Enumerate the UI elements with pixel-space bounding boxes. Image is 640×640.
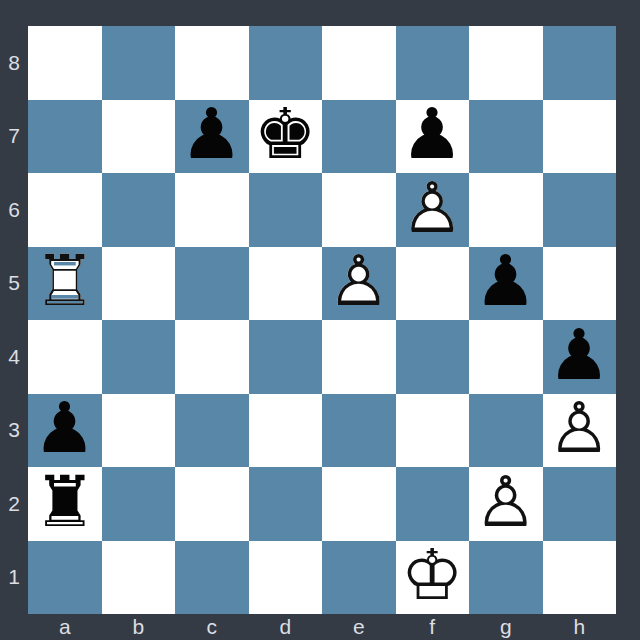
square-b6[interactable] <box>102 173 176 247</box>
square-b5[interactable] <box>102 247 176 321</box>
rank-label-8: 8 <box>0 26 28 100</box>
square-c3[interactable] <box>175 394 249 468</box>
rank-label-6: 6 <box>0 173 28 247</box>
square-f6[interactable]: ♟♙ <box>396 173 470 247</box>
square-h6[interactable] <box>543 173 617 247</box>
piece-white-king[interactable]: ♚♔ <box>396 541 470 615</box>
black-pawn-glyph: ♟ <box>543 318 617 392</box>
square-a8[interactable] <box>28 26 102 100</box>
piece-black-pawn[interactable]: ♟ <box>28 394 102 468</box>
square-f3[interactable] <box>396 394 470 468</box>
piece-white-pawn[interactable]: ♟♙ <box>322 247 396 321</box>
square-c5[interactable] <box>175 247 249 321</box>
black-pawn-glyph: ♟ <box>469 245 543 319</box>
square-d6[interactable] <box>249 173 323 247</box>
square-b2[interactable] <box>102 467 176 541</box>
board-grid: ♟♚♟♟♙♜♖♟♙♟♟♟♟♙♜♟♙♚♔ <box>28 26 616 614</box>
square-a2[interactable]: ♜ <box>28 467 102 541</box>
white-pawn-outline: ♙ <box>469 465 543 539</box>
square-f4[interactable] <box>396 320 470 394</box>
square-h7[interactable] <box>543 100 617 174</box>
square-h3[interactable]: ♟♙ <box>543 394 617 468</box>
square-c7[interactable]: ♟ <box>175 100 249 174</box>
square-e3[interactable] <box>322 394 396 468</box>
square-d4[interactable] <box>249 320 323 394</box>
piece-white-rook[interactable]: ♜♖ <box>28 247 102 321</box>
square-b7[interactable] <box>102 100 176 174</box>
rank-label-7: 7 <box>0 100 28 174</box>
square-g5[interactable]: ♟ <box>469 247 543 321</box>
file-label-g: g <box>469 614 543 640</box>
square-a5[interactable]: ♜♖ <box>28 247 102 321</box>
white-pawn-outline: ♙ <box>322 245 396 319</box>
square-f1[interactable]: ♚♔ <box>396 541 470 615</box>
file-label-b: b <box>102 614 176 640</box>
rank-label-1: 1 <box>0 541 28 615</box>
file-label-d: d <box>249 614 323 640</box>
square-c2[interactable] <box>175 467 249 541</box>
black-pawn-glyph: ♟ <box>28 392 102 466</box>
square-b4[interactable] <box>102 320 176 394</box>
square-b1[interactable] <box>102 541 176 615</box>
square-f7[interactable]: ♟ <box>396 100 470 174</box>
square-h1[interactable] <box>543 541 617 615</box>
square-e8[interactable] <box>322 26 396 100</box>
rank-label-4: 4 <box>0 320 28 394</box>
file-labels: abcdefgh <box>28 614 616 640</box>
square-b3[interactable] <box>102 394 176 468</box>
square-g8[interactable] <box>469 26 543 100</box>
piece-white-pawn[interactable]: ♟♙ <box>469 467 543 541</box>
square-c6[interactable] <box>175 173 249 247</box>
square-c1[interactable] <box>175 541 249 615</box>
piece-black-pawn[interactable]: ♟ <box>175 100 249 174</box>
square-g3[interactable] <box>469 394 543 468</box>
piece-black-pawn[interactable]: ♟ <box>396 100 470 174</box>
square-g6[interactable] <box>469 173 543 247</box>
rank-label-5: 5 <box>0 247 28 321</box>
chess-board: ♟♚♟♟♙♜♖♟♙♟♟♟♟♙♜♟♙♚♔ <box>28 26 616 614</box>
square-f5[interactable] <box>396 247 470 321</box>
white-rook-outline: ♖ <box>28 245 102 319</box>
file-label-c: c <box>175 614 249 640</box>
black-pawn-glyph: ♟ <box>175 98 249 172</box>
square-b8[interactable] <box>102 26 176 100</box>
piece-black-king[interactable]: ♚ <box>249 100 323 174</box>
square-e2[interactable] <box>322 467 396 541</box>
square-g1[interactable] <box>469 541 543 615</box>
square-a1[interactable] <box>28 541 102 615</box>
white-pawn-outline: ♙ <box>543 392 617 466</box>
square-d7[interactable]: ♚ <box>249 100 323 174</box>
file-label-e: e <box>322 614 396 640</box>
square-h5[interactable] <box>543 247 617 321</box>
square-a6[interactable] <box>28 173 102 247</box>
rank-label-3: 3 <box>0 394 28 468</box>
square-e5[interactable]: ♟♙ <box>322 247 396 321</box>
square-e1[interactable] <box>322 541 396 615</box>
square-h8[interactable] <box>543 26 617 100</box>
piece-black-rook[interactable]: ♜ <box>28 467 102 541</box>
black-pawn-glyph: ♟ <box>396 98 470 172</box>
square-a3[interactable]: ♟ <box>28 394 102 468</box>
square-d1[interactable] <box>249 541 323 615</box>
square-d2[interactable] <box>249 467 323 541</box>
file-label-a: a <box>28 614 102 640</box>
square-a7[interactable] <box>28 100 102 174</box>
square-g2[interactable]: ♟♙ <box>469 467 543 541</box>
square-a4[interactable] <box>28 320 102 394</box>
square-d3[interactable] <box>249 394 323 468</box>
piece-white-pawn[interactable]: ♟♙ <box>543 394 617 468</box>
square-e7[interactable] <box>322 100 396 174</box>
square-f8[interactable] <box>396 26 470 100</box>
file-label-h: h <box>543 614 617 640</box>
file-label-f: f <box>396 614 470 640</box>
rank-label-2: 2 <box>0 467 28 541</box>
square-h2[interactable] <box>543 467 617 541</box>
square-d8[interactable] <box>249 26 323 100</box>
square-e6[interactable] <box>322 173 396 247</box>
square-d5[interactable] <box>249 247 323 321</box>
square-c4[interactable] <box>175 320 249 394</box>
black-rook-glyph: ♜ <box>28 465 102 539</box>
square-g4[interactable] <box>469 320 543 394</box>
square-f2[interactable] <box>396 467 470 541</box>
square-h4[interactable]: ♟ <box>543 320 617 394</box>
piece-white-pawn[interactable]: ♟♙ <box>396 173 470 247</box>
rank-labels: 87654321 <box>0 26 28 614</box>
piece-black-pawn[interactable]: ♟ <box>469 247 543 321</box>
white-pawn-outline: ♙ <box>396 171 470 245</box>
square-c8[interactable] <box>175 26 249 100</box>
square-e4[interactable] <box>322 320 396 394</box>
white-king-outline: ♔ <box>396 539 470 613</box>
black-king-glyph: ♚ <box>249 98 323 172</box>
square-g7[interactable] <box>469 100 543 174</box>
piece-black-pawn[interactable]: ♟ <box>543 320 617 394</box>
